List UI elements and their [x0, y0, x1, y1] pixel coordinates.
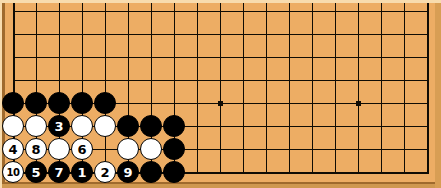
white-stone: [71, 115, 93, 137]
move-number: 10: [7, 167, 20, 178]
go-board: 34861057129: [0, 0, 441, 188]
black-stone: 7: [48, 161, 70, 183]
white-stone: [140, 138, 162, 160]
white-stone: 4: [2, 138, 24, 160]
white-stone: [48, 138, 70, 160]
move-number: 2: [100, 165, 109, 179]
star-point: [356, 101, 361, 106]
move-number: 6: [77, 142, 86, 156]
black-stone: [2, 92, 24, 114]
black-stone: [163, 115, 185, 137]
move-number: 8: [31, 142, 40, 156]
white-stone: 8: [25, 138, 47, 160]
white-stone: 6: [71, 138, 93, 160]
black-stone: 9: [117, 161, 139, 183]
black-stone: 5: [25, 161, 47, 183]
black-stone: [25, 92, 47, 114]
black-stone: [163, 138, 185, 160]
move-number: 4: [8, 142, 17, 156]
black-stone: [48, 92, 70, 114]
move-number: 9: [123, 165, 132, 179]
black-stone: [140, 115, 162, 137]
black-stone: 1: [71, 161, 93, 183]
black-stone: [163, 161, 185, 183]
black-stone: [140, 161, 162, 183]
star-point: [218, 101, 223, 106]
black-stone: [117, 115, 139, 137]
black-stone: 3: [48, 115, 70, 137]
go-diagram-frame: 34861057129: [0, 0, 441, 188]
move-number: 3: [54, 119, 63, 133]
white-stone: [2, 115, 24, 137]
white-stone: [94, 115, 116, 137]
move-number: 7: [54, 165, 63, 179]
board-grid: 34861057129: [2, 0, 439, 184]
move-number: 1: [77, 165, 86, 179]
move-number: 5: [31, 165, 40, 179]
white-stone: [117, 138, 139, 160]
white-stone: 10: [2, 161, 24, 183]
white-stone: [25, 115, 47, 137]
white-stone: 2: [94, 161, 116, 183]
black-stone: [71, 92, 93, 114]
black-stone: [94, 92, 116, 114]
